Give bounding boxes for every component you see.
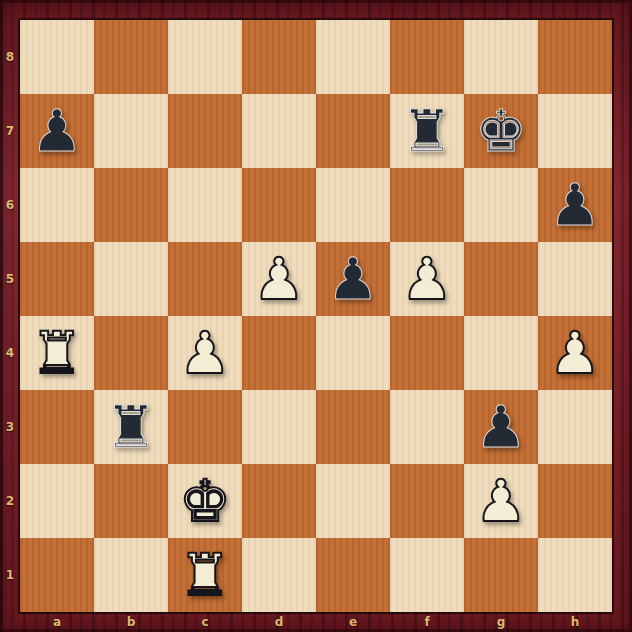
square-b7[interactable] xyxy=(94,94,168,168)
square-e5[interactable]: ♟ xyxy=(316,242,390,316)
square-b8[interactable] xyxy=(94,20,168,94)
piece-white-rook-c1[interactable]: ♜ xyxy=(168,538,242,612)
piece-white-pawn-g2[interactable]: ♟ xyxy=(464,464,538,538)
square-c6[interactable] xyxy=(168,168,242,242)
rank-label-8: 8 xyxy=(0,20,20,94)
rank-label-4: 4 xyxy=(0,316,20,390)
square-b3[interactable]: ♜ xyxy=(94,390,168,464)
square-g5[interactable] xyxy=(464,242,538,316)
square-b6[interactable] xyxy=(94,168,168,242)
square-b5[interactable] xyxy=(94,242,168,316)
rank-label-5: 5 xyxy=(0,242,20,316)
square-c4[interactable]: ♟ xyxy=(168,316,242,390)
square-f2[interactable] xyxy=(390,464,464,538)
square-e7[interactable] xyxy=(316,94,390,168)
piece-black-rook-f7[interactable]: ♜ xyxy=(390,94,464,168)
square-g7[interactable]: ♚ xyxy=(464,94,538,168)
square-a6[interactable] xyxy=(20,168,94,242)
file-label-a: a xyxy=(20,612,94,632)
square-c5[interactable] xyxy=(168,242,242,316)
chess-board: ♟♜♚♟♟♟♟♜♟♟♜♟♚♟♜ xyxy=(20,20,612,612)
file-label-d: d xyxy=(242,612,316,632)
square-g4[interactable] xyxy=(464,316,538,390)
square-f3[interactable] xyxy=(390,390,464,464)
piece-black-pawn-e5[interactable]: ♟ xyxy=(316,242,390,316)
square-g1[interactable] xyxy=(464,538,538,612)
square-e8[interactable] xyxy=(316,20,390,94)
rank-label-7: 7 xyxy=(0,94,20,168)
square-c3[interactable] xyxy=(168,390,242,464)
square-g8[interactable] xyxy=(464,20,538,94)
square-a2[interactable] xyxy=(20,464,94,538)
square-e1[interactable] xyxy=(316,538,390,612)
square-g3[interactable]: ♟ xyxy=(464,390,538,464)
square-h3[interactable] xyxy=(538,390,612,464)
square-h2[interactable] xyxy=(538,464,612,538)
rank-label-3: 3 xyxy=(0,390,20,464)
piece-white-pawn-f5[interactable]: ♟ xyxy=(390,242,464,316)
square-h5[interactable] xyxy=(538,242,612,316)
square-f4[interactable] xyxy=(390,316,464,390)
square-b4[interactable] xyxy=(94,316,168,390)
file-label-c: c xyxy=(168,612,242,632)
square-h6[interactable]: ♟ xyxy=(538,168,612,242)
square-d7[interactable] xyxy=(242,94,316,168)
square-e4[interactable] xyxy=(316,316,390,390)
square-c8[interactable] xyxy=(168,20,242,94)
square-g6[interactable] xyxy=(464,168,538,242)
square-h7[interactable] xyxy=(538,94,612,168)
square-d1[interactable] xyxy=(242,538,316,612)
piece-black-pawn-h6[interactable]: ♟ xyxy=(538,168,612,242)
square-a8[interactable] xyxy=(20,20,94,94)
square-f8[interactable] xyxy=(390,20,464,94)
board-frame: ♟♜♚♟♟♟♟♜♟♟♜♟♚♟♜ 87654321abcdefgh xyxy=(0,0,632,632)
piece-white-pawn-c4[interactable]: ♟ xyxy=(168,316,242,390)
piece-white-king-c2[interactable]: ♚ xyxy=(168,464,242,538)
square-d4[interactable] xyxy=(242,316,316,390)
square-c1[interactable]: ♜ xyxy=(168,538,242,612)
square-e6[interactable] xyxy=(316,168,390,242)
square-f5[interactable]: ♟ xyxy=(390,242,464,316)
square-e2[interactable] xyxy=(316,464,390,538)
square-c7[interactable] xyxy=(168,94,242,168)
piece-black-king-g7[interactable]: ♚ xyxy=(464,94,538,168)
square-a3[interactable] xyxy=(20,390,94,464)
square-a5[interactable] xyxy=(20,242,94,316)
square-d5[interactable]: ♟ xyxy=(242,242,316,316)
piece-white-rook-a4[interactable]: ♜ xyxy=(20,316,94,390)
piece-black-pawn-g3[interactable]: ♟ xyxy=(464,390,538,464)
square-a4[interactable]: ♜ xyxy=(20,316,94,390)
rank-label-1: 1 xyxy=(0,538,20,612)
square-c2[interactable]: ♚ xyxy=(168,464,242,538)
square-a1[interactable] xyxy=(20,538,94,612)
square-d2[interactable] xyxy=(242,464,316,538)
piece-white-pawn-d5[interactable]: ♟ xyxy=(242,242,316,316)
piece-black-rook-b3[interactable]: ♜ xyxy=(94,390,168,464)
square-f6[interactable] xyxy=(390,168,464,242)
piece-white-pawn-h4[interactable]: ♟ xyxy=(538,316,612,390)
file-label-f: f xyxy=(390,612,464,632)
square-d8[interactable] xyxy=(242,20,316,94)
file-label-b: b xyxy=(94,612,168,632)
file-label-e: e xyxy=(316,612,390,632)
square-b1[interactable] xyxy=(94,538,168,612)
piece-black-pawn-a7[interactable]: ♟ xyxy=(20,94,94,168)
rank-label-2: 2 xyxy=(0,464,20,538)
square-h4[interactable]: ♟ xyxy=(538,316,612,390)
square-h1[interactable] xyxy=(538,538,612,612)
square-g2[interactable]: ♟ xyxy=(464,464,538,538)
square-a7[interactable]: ♟ xyxy=(20,94,94,168)
square-b2[interactable] xyxy=(94,464,168,538)
square-h8[interactable] xyxy=(538,20,612,94)
square-f1[interactable] xyxy=(390,538,464,612)
square-d3[interactable] xyxy=(242,390,316,464)
square-f7[interactable]: ♜ xyxy=(390,94,464,168)
square-e3[interactable] xyxy=(316,390,390,464)
file-label-h: h xyxy=(538,612,612,632)
square-d6[interactable] xyxy=(242,168,316,242)
file-label-g: g xyxy=(464,612,538,632)
rank-label-6: 6 xyxy=(0,168,20,242)
